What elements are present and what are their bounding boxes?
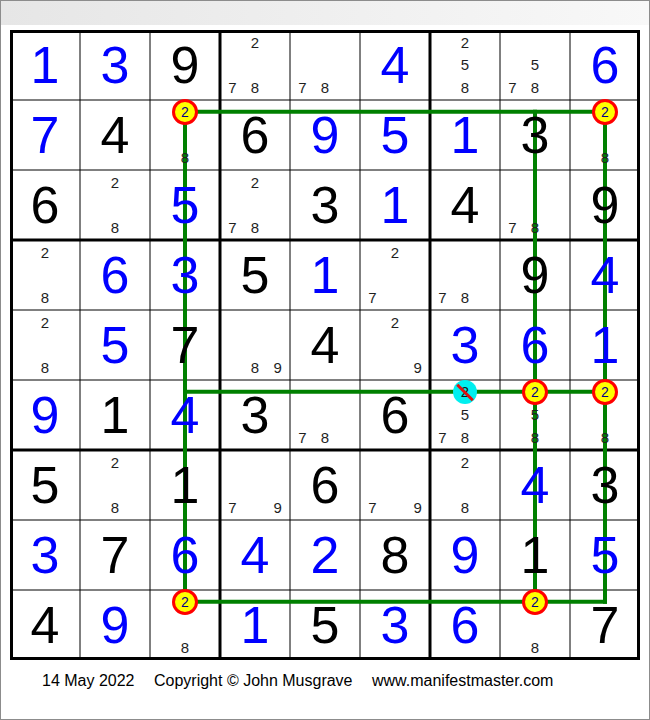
candidate-7: 7 bbox=[291, 426, 314, 449]
cell-r4c2: 6 bbox=[80, 240, 150, 310]
solved-digit: 3 bbox=[430, 310, 500, 380]
cell-r3c2: 28 bbox=[80, 170, 150, 240]
given-digit: 6 bbox=[290, 450, 360, 520]
loop-circle-r9c3: 2 bbox=[172, 589, 198, 615]
solved-digit: 1 bbox=[430, 100, 500, 170]
candidate-8: 8 bbox=[174, 636, 197, 659]
given-digit: 4 bbox=[290, 310, 360, 380]
cell-r3c6: 1 bbox=[360, 170, 430, 240]
solved-digit: 4 bbox=[360, 30, 430, 100]
cell-r9c4: 1 bbox=[220, 590, 290, 660]
footer-caption: 14 May 2022 Copyright © John Musgrave ww… bbox=[42, 672, 568, 690]
candidate-5: 5 bbox=[524, 54, 547, 77]
solved-digit: 3 bbox=[150, 240, 220, 310]
given-digit: 9 bbox=[150, 30, 220, 100]
cell-r3c7: 4 bbox=[430, 170, 500, 240]
candidate-2: 2 bbox=[454, 451, 477, 474]
candidate-grid: 79 bbox=[361, 451, 429, 519]
solved-digit: 1 bbox=[570, 310, 640, 380]
cell-r4c7: 78 bbox=[430, 240, 500, 310]
marker-digit: 2 bbox=[601, 385, 609, 399]
cell-r4c6: 27 bbox=[360, 240, 430, 310]
candidate-grid: 78 bbox=[291, 31, 359, 99]
candidate-7: 7 bbox=[501, 216, 524, 239]
marker-digit: 2 bbox=[531, 385, 539, 399]
cell-r8c1: 3 bbox=[10, 520, 80, 590]
candidate-2: 2 bbox=[104, 171, 127, 194]
cell-r2c8: 3 bbox=[500, 100, 570, 170]
sudoku-board: 1392787842585786742826951328262852783147… bbox=[10, 30, 640, 660]
marker-digit: 2 bbox=[531, 595, 539, 609]
candidate-2: 2 bbox=[454, 31, 477, 54]
solved-digit: 6 bbox=[430, 590, 500, 660]
candidate-5: 5 bbox=[524, 404, 547, 427]
cell-r9c9: 7 bbox=[570, 590, 640, 660]
cell-r8c5: 2 bbox=[290, 520, 360, 590]
candidate-8: 8 bbox=[524, 636, 547, 659]
solved-digit: 4 bbox=[500, 450, 570, 520]
cell-r4c9: 4 bbox=[570, 240, 640, 310]
cell-r1c8: 578 bbox=[500, 30, 570, 100]
cell-r9c7: 6 bbox=[430, 590, 500, 660]
candidate-grid: 278 bbox=[221, 31, 289, 99]
cell-r2c5: 9 bbox=[290, 100, 360, 170]
solved-digit: 9 bbox=[430, 520, 500, 590]
candidate-8: 8 bbox=[34, 286, 57, 309]
candidate-grid: 28 bbox=[431, 451, 499, 519]
marker-digit: 2 bbox=[601, 105, 609, 119]
given-digit: 4 bbox=[80, 100, 150, 170]
candidate-8: 8 bbox=[314, 426, 337, 449]
cell-r3c1: 6 bbox=[10, 170, 80, 240]
solved-digit: 1 bbox=[220, 590, 290, 660]
candidate-grid: 578 bbox=[501, 31, 569, 99]
top-bar bbox=[1, 1, 649, 25]
given-digit: 7 bbox=[570, 590, 640, 660]
cell-r2c9: 282 bbox=[570, 100, 640, 170]
candidate-8: 8 bbox=[524, 76, 547, 99]
candidate-grid: 79 bbox=[221, 451, 289, 519]
given-digit: 1 bbox=[500, 520, 570, 590]
cell-r7c9: 3 bbox=[570, 450, 640, 520]
given-digit: 8 bbox=[360, 520, 430, 590]
cell-r9c3: 282 bbox=[150, 590, 220, 660]
solved-digit: 5 bbox=[80, 310, 150, 380]
given-digit: 7 bbox=[150, 310, 220, 380]
candidate-8: 8 bbox=[34, 356, 57, 379]
cell-r5c6: 29 bbox=[360, 310, 430, 380]
cell-r5c5: 4 bbox=[290, 310, 360, 380]
marker-digit: 2 bbox=[181, 595, 189, 609]
solved-digit: 2 bbox=[290, 520, 360, 590]
cell-r6c7: 25782 bbox=[430, 380, 500, 450]
cell-r1c1: 1 bbox=[10, 30, 80, 100]
candidate-9: 9 bbox=[406, 356, 429, 379]
cells-grid: 1392787842585786742826951328262852783147… bbox=[10, 30, 640, 660]
candidate-grid: 28 bbox=[81, 451, 149, 519]
candidate-8: 8 bbox=[104, 216, 127, 239]
cell-r1c4: 278 bbox=[220, 30, 290, 100]
cell-r4c8: 9 bbox=[500, 240, 570, 310]
cell-r7c3: 1 bbox=[150, 450, 220, 520]
candidate-9: 9 bbox=[406, 496, 429, 519]
candidate-8: 8 bbox=[454, 496, 477, 519]
solved-digit: 1 bbox=[10, 30, 80, 100]
solved-digit: 3 bbox=[10, 520, 80, 590]
cell-r4c1: 28 bbox=[10, 240, 80, 310]
cell-r9c1: 4 bbox=[10, 590, 80, 660]
candidate-8: 8 bbox=[244, 76, 267, 99]
cell-r2c2: 4 bbox=[80, 100, 150, 170]
candidate-2: 2 bbox=[34, 311, 57, 334]
given-digit: 7 bbox=[80, 520, 150, 590]
given-digit: 6 bbox=[10, 170, 80, 240]
cell-r2c7: 1 bbox=[430, 100, 500, 170]
candidate-7: 7 bbox=[291, 76, 314, 99]
cell-r6c2: 1 bbox=[80, 380, 150, 450]
cell-r2c6: 5 bbox=[360, 100, 430, 170]
given-digit: 4 bbox=[10, 590, 80, 660]
given-digit: 5 bbox=[220, 240, 290, 310]
given-digit: 6 bbox=[220, 100, 290, 170]
footer-site: www.manifestmaster.com bbox=[372, 672, 553, 689]
cell-r9c5: 5 bbox=[290, 590, 360, 660]
solved-digit: 5 bbox=[150, 170, 220, 240]
candidate-7: 7 bbox=[431, 426, 454, 449]
solved-digit: 3 bbox=[360, 590, 430, 660]
solved-digit: 9 bbox=[290, 100, 360, 170]
given-digit: 1 bbox=[80, 380, 150, 450]
candidate-8: 8 bbox=[524, 216, 547, 239]
candidate-7: 7 bbox=[431, 286, 454, 309]
loop-circle-r6c9: 2 bbox=[592, 379, 618, 405]
cell-r6c9: 282 bbox=[570, 380, 640, 450]
cell-r1c7: 258 bbox=[430, 30, 500, 100]
candidate-8: 8 bbox=[104, 496, 127, 519]
solved-digit: 5 bbox=[570, 520, 640, 590]
cell-r6c1: 9 bbox=[10, 380, 80, 450]
solved-digit: 6 bbox=[80, 240, 150, 310]
solved-digit: 6 bbox=[570, 30, 640, 100]
solved-digit: 4 bbox=[150, 380, 220, 450]
candidate-8: 8 bbox=[244, 356, 267, 379]
candidate-7: 7 bbox=[221, 216, 244, 239]
cell-r9c6: 3 bbox=[360, 590, 430, 660]
footer-copyright: Copyright © John Musgrave bbox=[154, 672, 353, 689]
candidate-7: 7 bbox=[501, 76, 524, 99]
candidate-9: 9 bbox=[266, 496, 289, 519]
candidate-5: 5 bbox=[454, 404, 477, 427]
candidate-5: 5 bbox=[454, 54, 477, 77]
cell-r7c8: 4 bbox=[500, 450, 570, 520]
solved-digit: 3 bbox=[80, 30, 150, 100]
solved-digit: 4 bbox=[220, 520, 290, 590]
cell-r8c3: 6 bbox=[150, 520, 220, 590]
cell-r2c3: 282 bbox=[150, 100, 220, 170]
cell-r5c4: 89 bbox=[220, 310, 290, 380]
loop-circle-r6c8: 2 bbox=[522, 379, 548, 405]
given-digit: 5 bbox=[290, 590, 360, 660]
cell-r9c8: 282 bbox=[500, 590, 570, 660]
solved-digit: 9 bbox=[80, 590, 150, 660]
candidate-9: 9 bbox=[266, 356, 289, 379]
candidate-8: 8 bbox=[524, 426, 547, 449]
candidate-8: 8 bbox=[314, 76, 337, 99]
given-digit: 1 bbox=[150, 450, 220, 520]
candidate-grid: 89 bbox=[221, 311, 289, 379]
candidate-grid: 28 bbox=[81, 171, 149, 239]
candidate-8: 8 bbox=[594, 146, 617, 169]
cell-r3c3: 5 bbox=[150, 170, 220, 240]
cell-r5c7: 3 bbox=[430, 310, 500, 380]
given-digit: 4 bbox=[430, 170, 500, 240]
cell-r5c8: 6 bbox=[500, 310, 570, 380]
candidate-7: 7 bbox=[221, 76, 244, 99]
candidate-8: 8 bbox=[454, 426, 477, 449]
cell-r6c8: 2582 bbox=[500, 380, 570, 450]
cell-r9c2: 9 bbox=[80, 590, 150, 660]
cell-r1c9: 6 bbox=[570, 30, 640, 100]
cell-r8c8: 1 bbox=[500, 520, 570, 590]
cell-r3c9: 9 bbox=[570, 170, 640, 240]
given-digit: 3 bbox=[570, 450, 640, 520]
cell-r5c9: 1 bbox=[570, 310, 640, 380]
cell-r8c2: 7 bbox=[80, 520, 150, 590]
solved-digit: 7 bbox=[10, 100, 80, 170]
solved-digit: 1 bbox=[360, 170, 430, 240]
given-digit: 3 bbox=[500, 100, 570, 170]
solved-digit: 4 bbox=[570, 240, 640, 310]
cell-r7c2: 28 bbox=[80, 450, 150, 520]
candidate-7: 7 bbox=[361, 496, 384, 519]
cell-r6c5: 78 bbox=[290, 380, 360, 450]
cell-r1c2: 3 bbox=[80, 30, 150, 100]
candidate-7: 7 bbox=[361, 286, 384, 309]
solved-digit: 6 bbox=[150, 520, 220, 590]
cell-r7c6: 79 bbox=[360, 450, 430, 520]
footer-date: 14 May 2022 bbox=[42, 672, 135, 689]
candidate-8: 8 bbox=[594, 426, 617, 449]
candidate-grid: 78 bbox=[501, 171, 569, 239]
cell-r1c6: 4 bbox=[360, 30, 430, 100]
candidate-2: 2 bbox=[384, 241, 407, 264]
cell-r2c1: 7 bbox=[10, 100, 80, 170]
candidate-2: 2 bbox=[384, 311, 407, 334]
cell-r7c5: 6 bbox=[290, 450, 360, 520]
cell-r4c5: 1 bbox=[290, 240, 360, 310]
cell-r5c2: 5 bbox=[80, 310, 150, 380]
candidate-grid: 27 bbox=[361, 241, 429, 309]
solved-digit: 9 bbox=[10, 380, 80, 450]
candidate-8: 8 bbox=[454, 76, 477, 99]
candidate-7: 7 bbox=[221, 496, 244, 519]
marker-digit: 2 bbox=[181, 105, 189, 119]
candidate-8: 8 bbox=[454, 286, 477, 309]
cell-r1c5: 78 bbox=[290, 30, 360, 100]
cell-r8c9: 5 bbox=[570, 520, 640, 590]
candidate-2: 2 bbox=[244, 171, 267, 194]
candidate-grid: 258 bbox=[431, 31, 499, 99]
cell-r2c4: 6 bbox=[220, 100, 290, 170]
candidate-8: 8 bbox=[244, 216, 267, 239]
candidate-grid: 28 bbox=[11, 311, 79, 379]
candidate-2: 2 bbox=[104, 451, 127, 474]
cell-r7c1: 5 bbox=[10, 450, 80, 520]
cell-r5c3: 7 bbox=[150, 310, 220, 380]
solved-digit: 5 bbox=[360, 100, 430, 170]
solved-digit: 6 bbox=[500, 310, 570, 380]
given-digit: 9 bbox=[500, 240, 570, 310]
cell-r4c4: 5 bbox=[220, 240, 290, 310]
cell-r6c3: 4 bbox=[150, 380, 220, 450]
candidate-grid: 78 bbox=[291, 381, 359, 449]
given-digit: 5 bbox=[10, 450, 80, 520]
cell-r1c3: 9 bbox=[150, 30, 220, 100]
cell-r8c6: 8 bbox=[360, 520, 430, 590]
candidate-2: 2 bbox=[244, 31, 267, 54]
cell-r3c4: 278 bbox=[220, 170, 290, 240]
given-digit: 3 bbox=[290, 170, 360, 240]
candidate-grid: 29 bbox=[361, 311, 429, 379]
candidate-grid: 78 bbox=[431, 241, 499, 309]
loop-circle-r2c3: 2 bbox=[172, 99, 198, 125]
cell-r3c5: 3 bbox=[290, 170, 360, 240]
solved-digit: 1 bbox=[290, 240, 360, 310]
cell-r7c7: 28 bbox=[430, 450, 500, 520]
cell-r8c4: 4 bbox=[220, 520, 290, 590]
loop-circle-r2c9: 2 bbox=[592, 99, 618, 125]
cell-r8c7: 9 bbox=[430, 520, 500, 590]
cell-r3c8: 78 bbox=[500, 170, 570, 240]
puzzle-page: 1392787842585786742826951328262852783147… bbox=[0, 0, 650, 720]
candidate-grid: 278 bbox=[221, 171, 289, 239]
cell-r6c6: 6 bbox=[360, 380, 430, 450]
cell-r7c4: 79 bbox=[220, 450, 290, 520]
given-digit: 9 bbox=[570, 170, 640, 240]
elimination-circle-r6c7: 2 bbox=[453, 380, 477, 404]
cell-r5c1: 28 bbox=[10, 310, 80, 380]
loop-circle-r9c8: 2 bbox=[522, 589, 548, 615]
cell-r6c4: 3 bbox=[220, 380, 290, 450]
cell-r4c3: 3 bbox=[150, 240, 220, 310]
candidate-2: 2 bbox=[34, 241, 57, 264]
given-digit: 3 bbox=[220, 380, 290, 450]
candidate-grid: 28 bbox=[11, 241, 79, 309]
given-digit: 6 bbox=[360, 380, 430, 450]
candidate-8: 8 bbox=[174, 146, 197, 169]
